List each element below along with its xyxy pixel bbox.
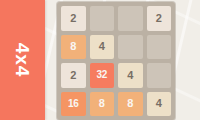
tile-4: 4 <box>90 35 115 60</box>
empty-cell <box>118 6 143 31</box>
tile-16: 16 <box>61 92 86 117</box>
tile-8: 8 <box>90 92 115 117</box>
game-screen: 4x4 2284232416884 <box>0 0 200 120</box>
tile-4: 4 <box>147 92 172 117</box>
tile-2: 2 <box>61 63 86 88</box>
mode-banner-label: 4x4 <box>11 43 33 78</box>
empty-cell <box>147 63 172 88</box>
tile-8: 8 <box>118 92 143 117</box>
board-grid[interactable]: 2284232416884 <box>57 2 175 120</box>
tile-2: 2 <box>61 6 86 31</box>
tile-8: 8 <box>61 35 86 60</box>
tile-2: 2 <box>147 6 172 31</box>
mode-banner: 4x4 <box>0 0 45 120</box>
empty-cell <box>147 35 172 60</box>
empty-cell <box>118 35 143 60</box>
tile-4: 4 <box>118 63 143 88</box>
tile-32: 32 <box>90 63 115 88</box>
empty-cell <box>90 6 115 31</box>
